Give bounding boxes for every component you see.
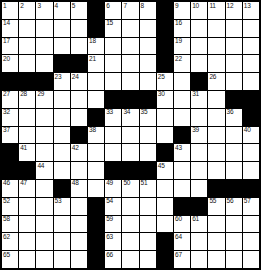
cell-r10c14[interactable] [226,162,242,179]
cell-r11c7[interactable]: 49 [105,180,121,197]
cell-r9c15[interactable] [243,144,259,161]
cell-r3c11[interactable]: 19 [174,38,190,55]
black-cell-r14c10 [157,233,173,250]
cell-r13c14[interactable] [226,216,242,233]
cell-r12c2[interactable] [19,198,35,215]
cell-r7c11[interactable] [174,109,190,126]
cell-r12c4[interactable]: 53 [54,198,70,215]
cell-r10c5[interactable] [71,162,87,179]
clue-number-27: 27 [3,91,10,98]
clue-number-56: 56 [227,198,234,205]
cell-r10c15[interactable] [243,162,259,179]
cell-r8c12[interactable]: 39 [191,127,207,144]
clue-number-47: 47 [20,180,27,187]
cell-r11c8[interactable]: 50 [122,180,138,197]
clue-number-43: 43 [175,145,182,152]
cell-r7c13[interactable] [208,109,224,126]
cell-r3c4[interactable] [54,38,70,55]
cell-r9c8[interactable] [122,144,138,161]
black-cell-r8c5 [71,127,87,144]
black-cell-r10c9 [140,162,156,179]
black-cell-r6c14 [226,91,242,108]
black-cell-r12c11 [174,198,190,215]
cell-r1c1[interactable]: 1 [2,2,18,19]
cell-r10c6[interactable] [88,162,104,179]
cell-r12c10[interactable] [157,198,173,215]
cell-r3c5[interactable] [71,38,87,55]
clue-number-33: 33 [106,109,113,116]
cell-r6c1[interactable]: 27 [2,91,18,108]
cell-r7c10[interactable] [157,109,173,126]
cell-r8c3[interactable] [36,127,52,144]
black-cell-r10c2 [19,162,35,179]
cell-r3c15[interactable] [243,38,259,55]
cell-r7c1[interactable]: 32 [2,109,18,126]
cell-r2c5[interactable] [71,20,87,37]
cell-r4c3[interactable] [36,55,52,72]
cell-r13c11[interactable]: 60 [174,216,190,233]
cell-r7c9[interactable]: 35 [140,109,156,126]
cell-r10c12[interactable] [191,162,207,179]
clue-number-53: 53 [55,198,62,205]
black-cell-r4c4 [54,55,70,72]
cell-r14c2[interactable] [19,233,35,250]
clue-number-35: 35 [141,109,148,116]
cell-r2c15[interactable] [243,20,259,37]
cell-r15c4[interactable] [54,251,70,268]
cell-r1c8[interactable]: 7 [122,2,138,19]
cell-r3c7[interactable] [105,38,121,55]
cell-r11c6[interactable] [88,180,104,197]
cell-r5c15[interactable] [243,73,259,90]
black-cell-r2c10 [157,20,173,37]
cell-r13c12[interactable]: 61 [191,216,207,233]
cell-r15c1[interactable]: 65 [2,251,18,268]
cell-r14c11[interactable]: 64 [174,233,190,250]
cell-r8c10[interactable] [157,127,173,144]
black-cell-r9c1 [2,144,18,161]
cell-r9c2[interactable]: 41 [19,144,35,161]
clue-number-1: 1 [3,3,6,10]
cell-r8c14[interactable] [226,127,242,144]
cell-r8c9[interactable] [140,127,156,144]
cell-r12c3[interactable] [36,198,52,215]
cell-r9c6[interactable] [88,144,104,161]
black-cell-r11c14 [226,180,242,197]
cell-r4c12[interactable] [191,55,207,72]
clue-number-13: 13 [244,3,251,10]
cell-r12c1[interactable]: 52 [2,198,18,215]
cell-r3c12[interactable] [191,38,207,55]
cell-r12c5[interactable] [71,198,87,215]
cell-r2c4[interactable] [54,20,70,37]
cell-r13c7[interactable]: 59 [105,216,121,233]
clue-number-37: 37 [3,127,10,134]
cell-r5c9[interactable] [140,73,156,90]
clue-number-19: 19 [175,38,182,45]
cell-r1c14[interactable]: 12 [226,2,242,19]
black-cell-r5c2 [19,73,35,90]
cell-r2c8[interactable] [122,20,138,37]
cell-r10c4[interactable] [54,162,70,179]
cell-r5c7[interactable] [105,73,121,90]
clue-number-60: 60 [175,216,182,223]
cell-r2c3[interactable] [36,20,52,37]
cell-r4c9[interactable] [140,55,156,72]
cell-r8c6[interactable]: 38 [88,127,104,144]
black-cell-r10c1 [2,162,18,179]
cell-r15c9[interactable] [140,251,156,268]
cell-r14c8[interactable] [122,233,138,250]
cell-r3c2[interactable] [19,38,35,55]
cell-r1c7[interactable]: 6 [105,2,121,19]
cell-r6c6[interactable] [88,91,104,108]
cell-r5c4[interactable]: 23 [54,73,70,90]
clue-number-32: 32 [3,109,10,116]
clue-number-42: 42 [72,145,79,152]
cell-r8c13[interactable] [208,127,224,144]
cell-r13c1[interactable]: 58 [2,216,18,233]
cell-r6c4[interactable] [54,91,70,108]
clue-number-50: 50 [123,180,130,187]
cell-r9c3[interactable] [36,144,52,161]
cell-r15c3[interactable] [36,251,52,268]
cell-r4c13[interactable] [208,55,224,72]
black-cell-r10c7 [105,162,121,179]
cell-r15c5[interactable] [71,251,87,268]
cell-r1c3[interactable]: 3 [36,2,52,19]
clue-number-6: 6 [106,3,109,10]
cell-r13c2[interactable] [19,216,35,233]
cell-r14c13[interactable] [208,233,224,250]
clue-number-55: 55 [209,198,216,205]
clue-number-46: 46 [3,180,10,187]
black-cell-r6c7 [105,91,121,108]
cell-r10c3[interactable]: 44 [36,162,52,179]
black-cell-r11c4 [54,180,70,197]
black-cell-r5c1 [2,73,18,90]
cell-r11c5[interactable]: 48 [71,180,87,197]
clue-number-16: 16 [175,20,182,27]
black-cell-r1c6 [88,2,104,19]
clue-number-8: 8 [141,3,144,10]
clue-number-9: 9 [175,3,178,10]
clue-number-10: 10 [192,3,199,10]
clue-number-65: 65 [3,252,10,259]
clue-number-4: 4 [55,3,58,10]
cell-r3c9[interactable] [140,38,156,55]
crossword-board: 1234567891011121314151617181920212223242… [0,0,261,270]
cell-r4c15[interactable] [243,55,259,72]
cell-r4c8[interactable] [122,55,138,72]
cell-r12c9[interactable] [140,198,156,215]
clue-number-12: 12 [227,3,234,10]
cell-r1c4[interactable]: 4 [54,2,70,19]
cell-r1c9[interactable]: 8 [140,2,156,19]
clue-number-17: 17 [3,38,10,45]
clue-number-58: 58 [3,216,10,223]
black-cell-r10c8 [122,162,138,179]
black-cell-r8c11 [174,127,190,144]
clue-number-57: 57 [244,198,251,205]
cell-r5c10[interactable]: 25 [157,73,173,90]
cell-r1c5[interactable]: 5 [71,2,87,19]
cell-r14c1[interactable]: 62 [2,233,18,250]
cell-r3c1[interactable]: 17 [2,38,18,55]
cell-r13c15[interactable] [243,216,259,233]
cell-r15c8[interactable] [122,251,138,268]
cell-r5c11[interactable] [174,73,190,90]
cell-r9c9[interactable] [140,144,156,161]
cell-r7c8[interactable]: 34 [122,109,138,126]
cell-r13c3[interactable] [36,216,52,233]
clue-number-24: 24 [72,74,79,81]
clue-number-29: 29 [37,91,44,98]
cell-r4c6[interactable]: 21 [88,55,104,72]
cell-r6c2[interactable]: 28 [19,91,35,108]
clue-number-30: 30 [158,91,165,98]
cell-r6c5[interactable] [71,91,87,108]
cell-r6c11[interactable] [174,91,190,108]
cell-r13c8[interactable] [122,216,138,233]
cell-r8c4[interactable] [54,127,70,144]
cell-r11c2[interactable]: 47 [19,180,35,197]
cell-r9c11[interactable]: 43 [174,144,190,161]
clue-number-38: 38 [89,127,96,134]
black-cell-r5c12 [191,73,207,90]
clue-number-22: 22 [175,56,182,63]
clue-number-59: 59 [106,216,113,223]
cell-r8c8[interactable] [122,127,138,144]
cell-r8c2[interactable] [19,127,35,144]
cell-r3c3[interactable] [36,38,52,55]
cell-r14c9[interactable] [140,233,156,250]
cell-r7c4[interactable] [54,109,70,126]
clue-number-41: 41 [20,145,27,152]
cell-r8c15[interactable]: 40 [243,127,259,144]
cell-r15c14[interactable] [226,251,242,268]
cell-r7c2[interactable] [19,109,35,126]
clue-number-66: 66 [106,252,113,259]
clue-number-7: 7 [123,3,126,10]
cell-r4c1[interactable]: 20 [2,55,18,72]
clue-number-36: 36 [227,109,234,116]
cell-r3c13[interactable] [208,38,224,55]
cell-r14c15[interactable] [243,233,259,250]
black-cell-r6c15 [243,91,259,108]
clue-number-31: 31 [192,91,199,98]
black-cell-r11c13 [208,180,224,197]
cell-r6c12[interactable]: 31 [191,91,207,108]
black-cell-r3c10 [157,38,173,55]
black-cell-r1c10 [157,2,173,19]
cell-r14c12[interactable] [191,233,207,250]
cell-r1c11[interactable]: 9 [174,2,190,19]
cell-r5c13[interactable]: 26 [208,73,224,90]
clue-number-3: 3 [37,3,40,10]
cell-r2c9[interactable] [140,20,156,37]
cell-r14c3[interactable] [36,233,52,250]
cell-r12c15[interactable]: 57 [243,198,259,215]
cell-r15c15[interactable] [243,251,259,268]
cell-r1c15[interactable]: 13 [243,2,259,19]
clue-number-34: 34 [123,109,130,116]
cell-r2c11[interactable]: 16 [174,20,190,37]
cell-r8c1[interactable]: 37 [2,127,18,144]
cell-r3c6[interactable]: 18 [88,38,104,55]
cell-r4c7[interactable] [105,55,121,72]
cell-r3c8[interactable] [122,38,138,55]
cell-r1c13[interactable]: 11 [208,2,224,19]
black-cell-r2c6 [88,20,104,37]
cell-r7c5[interactable] [71,109,87,126]
black-cell-r9c10 [157,144,173,161]
black-cell-r6c9 [140,91,156,108]
cell-r10c10[interactable]: 45 [157,162,173,179]
clue-number-26: 26 [209,74,216,81]
clue-number-67: 67 [175,252,182,259]
black-cell-r7c6 [88,109,104,126]
cell-r2c14[interactable] [226,20,242,37]
black-cell-r5c3 [36,73,52,90]
cell-r9c13[interactable] [208,144,224,161]
cell-r13c10[interactable] [157,216,173,233]
cell-r2c7[interactable]: 15 [105,20,121,37]
black-cell-r4c10 [157,55,173,72]
cell-r11c12[interactable] [191,180,207,197]
cell-r4c11[interactable]: 22 [174,55,190,72]
clue-number-48: 48 [72,180,79,187]
clue-number-49: 49 [106,180,113,187]
black-cell-r14c6 [88,233,104,250]
black-cell-r12c12 [191,198,207,215]
cell-r8c7[interactable] [105,127,121,144]
black-cell-r7c15 [243,109,259,126]
cell-r2c2[interactable] [19,20,35,37]
cell-r12c14[interactable]: 56 [226,198,242,215]
cell-r4c14[interactable] [226,55,242,72]
black-cell-r4c5 [71,55,87,72]
black-cell-r11c15 [243,180,259,197]
black-cell-r15c10 [157,251,173,268]
clue-number-25: 25 [158,74,165,81]
clue-number-64: 64 [175,234,182,241]
cell-r14c7[interactable]: 63 [105,233,121,250]
cell-r9c5[interactable]: 42 [71,144,87,161]
cell-r11c10[interactable] [157,180,173,197]
cell-r7c7[interactable]: 33 [105,109,121,126]
cell-r6c10[interactable]: 30 [157,91,173,108]
clue-number-15: 15 [106,20,113,27]
clue-number-11: 11 [209,3,215,10]
cell-r9c7[interactable] [105,144,121,161]
cell-r15c11[interactable]: 67 [174,251,190,268]
cell-r9c12[interactable] [191,144,207,161]
clue-number-5: 5 [72,3,75,10]
cell-r13c13[interactable] [208,216,224,233]
cell-r12c7[interactable]: 54 [105,198,121,215]
cell-r13c9[interactable] [140,216,156,233]
clue-number-45: 45 [158,163,165,170]
cell-r9c14[interactable] [226,144,242,161]
clue-number-2: 2 [20,3,23,10]
black-cell-r13c6 [88,216,104,233]
clue-number-51: 51 [141,180,148,187]
black-cell-r12c6 [88,198,104,215]
cell-r1c2[interactable]: 2 [19,2,35,19]
cell-r5c8[interactable] [122,73,138,90]
cell-r5c6[interactable] [88,73,104,90]
cell-r7c12[interactable] [191,109,207,126]
clue-number-23: 23 [55,74,62,81]
cell-r12c13[interactable]: 55 [208,198,224,215]
clue-number-61: 61 [192,216,199,223]
clue-number-21: 21 [89,56,96,63]
clue-number-28: 28 [20,91,27,98]
cell-r14c4[interactable] [54,233,70,250]
cell-r10c11[interactable] [174,162,190,179]
cell-r6c13[interactable] [208,91,224,108]
cell-r10c13[interactable] [208,162,224,179]
cell-r7c14[interactable]: 36 [226,109,242,126]
clue-number-52: 52 [3,198,10,205]
cell-r15c2[interactable] [19,251,35,268]
cell-r13c5[interactable] [71,216,87,233]
cell-r5c14[interactable] [226,73,242,90]
clue-number-39: 39 [192,127,199,134]
cell-r13c4[interactable] [54,216,70,233]
clue-number-14: 14 [3,20,10,27]
cell-r12c8[interactable] [122,198,138,215]
cell-r9c4[interactable] [54,144,70,161]
cell-r11c9[interactable]: 51 [140,180,156,197]
cell-r6c3[interactable]: 29 [36,91,52,108]
cell-r11c3[interactable] [36,180,52,197]
clue-number-54: 54 [106,198,113,205]
cell-r11c1[interactable]: 46 [2,180,18,197]
clue-number-62: 62 [3,234,10,241]
black-cell-r15c6 [88,251,104,268]
cell-r15c12[interactable] [191,251,207,268]
clue-number-63: 63 [106,234,113,241]
cell-r11c11[interactable] [174,180,190,197]
cell-r2c1[interactable]: 14 [2,20,18,37]
cell-r3c14[interactable] [226,38,242,55]
black-cell-r6c8 [122,91,138,108]
cell-r4c2[interactable] [19,55,35,72]
cell-r2c12[interactable] [191,20,207,37]
cell-r14c14[interactable] [226,233,242,250]
clue-number-18: 18 [89,38,96,45]
clue-number-44: 44 [37,163,44,170]
cell-r14c5[interactable] [71,233,87,250]
cell-r7c3[interactable] [36,109,52,126]
cell-r2c13[interactable] [208,20,224,37]
clue-number-20: 20 [3,56,10,63]
clue-number-40: 40 [244,127,251,134]
cell-r15c7[interactable]: 66 [105,251,121,268]
cell-r5c5[interactable]: 24 [71,73,87,90]
cell-r1c12[interactable]: 10 [191,2,207,19]
cell-r15c13[interactable] [208,251,224,268]
